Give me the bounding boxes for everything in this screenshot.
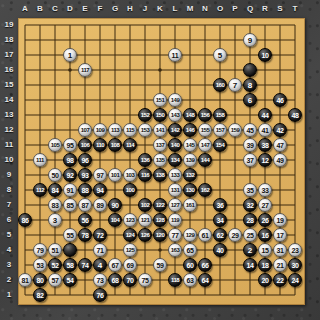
black-stone-Q4-move-2: 2 bbox=[243, 243, 257, 257]
white-stone-K11-move-137: 137 bbox=[153, 138, 167, 152]
move-number: 118 bbox=[171, 277, 179, 283]
move-number: 75 bbox=[141, 276, 148, 283]
move-number: 135 bbox=[156, 157, 165, 163]
black-stone-J10-move-136: 136 bbox=[138, 153, 152, 167]
move-number: 97 bbox=[96, 171, 103, 178]
black-stone-R10-move-12: 12 bbox=[258, 153, 272, 167]
column-label-M: M bbox=[182, 4, 198, 14]
white-stone-R4-move-15: 15 bbox=[258, 243, 272, 257]
white-stone-Q10-move-37: 37 bbox=[243, 153, 257, 167]
move-number: 8 bbox=[248, 80, 252, 89]
move-number: 42 bbox=[276, 126, 283, 133]
move-number: 107 bbox=[81, 127, 90, 133]
white-stone-S6-move-19: 19 bbox=[273, 213, 287, 227]
black-stone-Q7-move-32: 32 bbox=[243, 198, 257, 212]
column-label-T: T bbox=[287, 4, 303, 14]
white-stone-C11-move-105: 105 bbox=[48, 138, 62, 152]
black-stone-C3-move-52: 52 bbox=[48, 258, 62, 272]
move-number: 27 bbox=[261, 201, 268, 208]
white-stone-K3-move-59: 59 bbox=[153, 258, 167, 272]
black-stone-O11-move-154: 154 bbox=[213, 138, 227, 152]
white-stone-L7-move-127: 127 bbox=[168, 198, 182, 212]
move-number: 159 bbox=[231, 127, 240, 133]
black-stone-O6-move-34: 34 bbox=[213, 213, 227, 227]
white-stone-L5-move-77: 77 bbox=[168, 228, 182, 242]
move-number: 66 bbox=[201, 261, 208, 268]
move-number: 121 bbox=[141, 217, 150, 223]
white-stone-O12-move-157: 157 bbox=[213, 123, 227, 137]
white-stone-F7-move-89: 89 bbox=[93, 198, 107, 212]
row-label-16: 16 bbox=[1, 65, 17, 75]
move-number: 122 bbox=[156, 202, 165, 208]
row-label-9: 9 bbox=[1, 170, 17, 180]
move-number: 155 bbox=[201, 127, 210, 133]
white-stone-L13-move-143: 143 bbox=[168, 108, 182, 122]
white-stone-F12-move-109: 109 bbox=[93, 123, 107, 137]
black-stone-D10-move-98: 98 bbox=[63, 153, 77, 167]
white-stone-Q8-move-35: 35 bbox=[243, 183, 257, 197]
black-stone-G7-move-90: 90 bbox=[108, 198, 122, 212]
black-stone-E3-move-74: 74 bbox=[78, 258, 92, 272]
black-stone-Q16-handicap bbox=[243, 63, 257, 77]
move-number: 84 bbox=[51, 186, 58, 193]
white-stone-H12-move-115: 115 bbox=[123, 123, 137, 137]
move-number: 37 bbox=[246, 156, 253, 163]
move-number: 6 bbox=[248, 95, 252, 104]
black-stone-G2-move-68: 68 bbox=[108, 273, 122, 287]
move-number: 16 bbox=[261, 231, 268, 238]
black-stone-J5-move-126: 126 bbox=[138, 228, 152, 242]
move-number: 86 bbox=[21, 216, 28, 223]
move-number: 31 bbox=[276, 246, 283, 253]
black-stone-Q15-move-8: 8 bbox=[243, 78, 257, 92]
move-number: 64 bbox=[201, 276, 208, 283]
move-number: 22 bbox=[276, 276, 283, 283]
move-number: 110 bbox=[96, 142, 104, 148]
move-number: 32 bbox=[246, 201, 253, 208]
column-label-S: S bbox=[272, 4, 288, 14]
black-stone-D4-handicap bbox=[63, 243, 77, 257]
black-stone-R2-move-20: 20 bbox=[258, 273, 272, 287]
move-number: 69 bbox=[126, 261, 133, 268]
black-stone-T2-move-24: 24 bbox=[288, 273, 302, 287]
move-number: 124 bbox=[126, 232, 135, 238]
move-number: 50 bbox=[51, 171, 58, 178]
white-stone-L6-move-119: 119 bbox=[168, 213, 182, 227]
row-label-10: 10 bbox=[1, 155, 17, 165]
black-stone-J9-move-116: 116 bbox=[138, 168, 152, 182]
row-label-4: 4 bbox=[1, 245, 17, 255]
move-number: 152 bbox=[141, 112, 150, 118]
column-label-B: B bbox=[32, 4, 48, 14]
move-number: 127 bbox=[171, 202, 180, 208]
white-stone-P5-move-29: 29 bbox=[228, 228, 242, 242]
white-stone-C6-move-3: 3 bbox=[48, 213, 62, 227]
move-number: 137 bbox=[156, 142, 165, 148]
white-stone-E16-move-117: 117 bbox=[78, 63, 92, 77]
move-number: 123 bbox=[126, 217, 135, 223]
white-stone-S10-move-49: 49 bbox=[273, 153, 287, 167]
black-stone-T3-move-30: 30 bbox=[288, 258, 302, 272]
move-number: 108 bbox=[111, 142, 120, 148]
white-stone-D17-move-1: 1 bbox=[63, 48, 77, 62]
white-stone-G3-move-67: 67 bbox=[108, 258, 122, 272]
black-stone-Q3-move-14: 14 bbox=[243, 258, 257, 272]
black-stone-S14-move-46: 46 bbox=[273, 93, 287, 107]
black-stone-D3-move-58: 58 bbox=[63, 258, 77, 272]
row-label-8: 8 bbox=[1, 185, 17, 195]
black-stone-E8-move-88: 88 bbox=[78, 183, 92, 197]
black-stone-N2-move-64: 64 bbox=[198, 273, 212, 287]
black-stone-H11-move-114: 114 bbox=[123, 138, 137, 152]
move-number: 65 bbox=[186, 246, 193, 253]
move-number: 52 bbox=[51, 261, 58, 268]
move-number: 63 bbox=[186, 276, 193, 283]
move-number: 60 bbox=[186, 261, 193, 268]
black-stone-F5-move-72: 72 bbox=[93, 228, 107, 242]
move-number: 89 bbox=[96, 201, 103, 208]
black-stone-J7-move-102: 102 bbox=[138, 198, 152, 212]
black-stone-M3-move-60: 60 bbox=[183, 258, 197, 272]
move-number: 82 bbox=[36, 291, 43, 298]
move-number: 158 bbox=[216, 112, 225, 118]
move-number: 25 bbox=[246, 231, 253, 238]
white-stone-R12-move-41: 41 bbox=[258, 123, 272, 137]
move-number: 55 bbox=[66, 231, 73, 238]
black-stone-M13-move-148: 148 bbox=[183, 108, 197, 122]
move-number: 149 bbox=[171, 97, 180, 103]
move-number: 56 bbox=[81, 216, 88, 223]
white-stone-R7-move-27: 27 bbox=[258, 198, 272, 212]
move-number: 139 bbox=[186, 157, 195, 163]
move-number: 29 bbox=[231, 231, 238, 238]
black-stone-K9-move-138: 138 bbox=[153, 168, 167, 182]
black-stone-M9-move-132: 132 bbox=[183, 168, 197, 182]
white-stone-F4-move-71: 71 bbox=[93, 243, 107, 257]
move-number: 115 bbox=[126, 127, 134, 133]
black-stone-D2-move-54: 54 bbox=[63, 273, 77, 287]
move-number: 140 bbox=[171, 142, 180, 148]
black-stone-O4-move-40: 40 bbox=[213, 243, 227, 257]
move-number: 142 bbox=[171, 127, 180, 133]
white-stone-P12-move-159: 159 bbox=[228, 123, 242, 137]
black-stone-L2-move-118: 118 bbox=[168, 273, 182, 287]
move-number: 15 bbox=[261, 246, 268, 253]
white-stone-L14-move-149: 149 bbox=[168, 93, 182, 107]
white-stone-K12-move-141: 141 bbox=[153, 123, 167, 137]
black-stone-G11-move-108: 108 bbox=[108, 138, 122, 152]
white-stone-T4-move-23: 23 bbox=[288, 243, 302, 257]
white-stone-P15-move-7: 7 bbox=[228, 78, 242, 92]
move-number: 11 bbox=[172, 51, 179, 58]
black-stone-F11-move-110: 110 bbox=[93, 138, 107, 152]
move-number: 128 bbox=[156, 217, 165, 223]
move-number: 141 bbox=[156, 127, 165, 133]
white-stone-H6-move-123: 123 bbox=[123, 213, 137, 227]
move-number: 5 bbox=[218, 50, 222, 59]
move-number: 148 bbox=[186, 112, 195, 118]
white-stone-B3-move-53: 53 bbox=[33, 258, 47, 272]
white-stone-S5-move-17: 17 bbox=[273, 228, 287, 242]
black-stone-O5-move-62: 62 bbox=[213, 228, 227, 242]
row-label-5: 5 bbox=[1, 230, 17, 240]
black-stone-B8-move-112: 112 bbox=[33, 183, 47, 197]
go-board: 9111510117160781511496461521501431481561… bbox=[18, 18, 305, 305]
row-label-13: 13 bbox=[1, 110, 17, 120]
white-stone-J12-move-153: 153 bbox=[138, 123, 152, 137]
move-number: 120 bbox=[156, 232, 165, 238]
white-stone-N12-move-155: 155 bbox=[198, 123, 212, 137]
black-stone-B2-move-80: 80 bbox=[33, 273, 47, 287]
move-number: 104 bbox=[111, 217, 120, 223]
white-stone-H4-move-125: 125 bbox=[123, 243, 137, 257]
black-stone-R17-move-10: 10 bbox=[258, 48, 272, 62]
move-number: 131 bbox=[171, 187, 180, 193]
move-number: 98 bbox=[66, 156, 73, 163]
move-number: 51 bbox=[51, 246, 58, 253]
move-number: 47 bbox=[276, 141, 283, 148]
move-number: 153 bbox=[141, 127, 150, 133]
black-stone-N10-move-144: 144 bbox=[198, 153, 212, 167]
column-label-E: E bbox=[77, 4, 93, 14]
move-number: 40 bbox=[216, 246, 223, 253]
black-stone-O7-move-36: 36 bbox=[213, 198, 227, 212]
black-stone-R3-move-18: 18 bbox=[258, 258, 272, 272]
white-stone-M5-move-129: 129 bbox=[183, 228, 197, 242]
move-number: 105 bbox=[51, 142, 60, 148]
white-stone-L17-move-11: 11 bbox=[168, 48, 182, 62]
white-stone-L8-move-131: 131 bbox=[168, 183, 182, 197]
move-number: 79 bbox=[36, 246, 43, 253]
row-label-19: 19 bbox=[1, 20, 17, 30]
move-number: 85 bbox=[66, 201, 73, 208]
column-label-F: F bbox=[92, 4, 108, 14]
move-number: 44 bbox=[261, 111, 268, 118]
move-number: 114 bbox=[126, 142, 134, 148]
row-label-7: 7 bbox=[1, 200, 17, 210]
row-label-6: 6 bbox=[1, 215, 17, 225]
move-number: 95 bbox=[66, 141, 73, 148]
black-stone-K7-move-122: 122 bbox=[153, 198, 167, 212]
white-stone-L9-move-133: 133 bbox=[168, 168, 182, 182]
black-stone-O13-move-158: 158 bbox=[213, 108, 227, 122]
move-number: 91 bbox=[66, 186, 73, 193]
move-number: 28 bbox=[246, 216, 253, 223]
black-stone-L10-move-134: 134 bbox=[168, 153, 182, 167]
black-stone-F1-move-76: 76 bbox=[93, 288, 107, 302]
move-number: 157 bbox=[216, 127, 225, 133]
black-stone-L11-move-140: 140 bbox=[168, 138, 182, 152]
white-stone-A2-move-81: 81 bbox=[18, 273, 32, 287]
move-number: 102 bbox=[141, 202, 150, 208]
move-number: 150 bbox=[156, 112, 165, 118]
move-number: 154 bbox=[216, 142, 225, 148]
move-number: 73 bbox=[96, 276, 103, 283]
move-number: 21 bbox=[276, 261, 283, 268]
black-stone-T13-move-48: 48 bbox=[288, 108, 302, 122]
white-stone-S3-move-21: 21 bbox=[273, 258, 287, 272]
white-stone-G12-move-113: 113 bbox=[108, 123, 122, 137]
white-stone-D7-move-85: 85 bbox=[63, 198, 77, 212]
white-stone-D11-move-95: 95 bbox=[63, 138, 77, 152]
move-number: 54 bbox=[66, 276, 73, 283]
move-number: 126 bbox=[141, 232, 150, 238]
white-stone-S11-move-47: 47 bbox=[273, 138, 287, 152]
white-stone-F9-move-97: 97 bbox=[93, 168, 107, 182]
black-stone-E10-move-96: 96 bbox=[78, 153, 92, 167]
white-stone-M11-move-145: 145 bbox=[183, 138, 197, 152]
black-stone-N13-move-156: 156 bbox=[198, 108, 212, 122]
move-number: 72 bbox=[96, 231, 103, 238]
black-stone-S2-move-22: 22 bbox=[273, 273, 287, 287]
move-number: 10 bbox=[261, 51, 268, 58]
white-stone-H9-move-103: 103 bbox=[123, 168, 137, 182]
white-stone-E7-move-87: 87 bbox=[78, 198, 92, 212]
move-number: 1 bbox=[68, 50, 72, 59]
move-number: 147 bbox=[201, 142, 210, 148]
move-number: 39 bbox=[246, 141, 253, 148]
row-label-15: 15 bbox=[1, 80, 17, 90]
move-number: 17 bbox=[276, 231, 283, 238]
black-stone-H5-move-124: 124 bbox=[123, 228, 137, 242]
move-number: 20 bbox=[261, 276, 268, 283]
move-number: 81 bbox=[21, 276, 28, 283]
move-number: 38 bbox=[261, 141, 268, 148]
move-number: 53 bbox=[36, 261, 43, 268]
move-number: 163 bbox=[171, 247, 180, 253]
move-number: 106 bbox=[81, 142, 90, 148]
move-number: 4 bbox=[98, 260, 102, 269]
move-number: 58 bbox=[66, 261, 73, 268]
move-number: 161 bbox=[186, 202, 195, 208]
black-stone-Q6-move-28: 28 bbox=[243, 213, 257, 227]
move-number: 87 bbox=[81, 201, 88, 208]
black-stone-N8-move-162: 162 bbox=[198, 183, 212, 197]
black-stone-E11-move-106: 106 bbox=[78, 138, 92, 152]
black-stone-H2-move-70: 70 bbox=[123, 273, 137, 287]
column-label-L: L bbox=[167, 4, 183, 14]
white-stone-B10-move-111: 111 bbox=[33, 153, 47, 167]
white-stone-M7-move-161: 161 bbox=[183, 198, 197, 212]
white-stone-M4-move-65: 65 bbox=[183, 243, 197, 257]
white-stone-E12-move-107: 107 bbox=[78, 123, 92, 137]
move-number: 80 bbox=[36, 276, 43, 283]
move-number: 67 bbox=[111, 261, 118, 268]
move-number: 144 bbox=[201, 157, 210, 163]
white-stone-S4-move-31: 31 bbox=[273, 243, 287, 257]
move-number: 71 bbox=[96, 246, 103, 253]
white-stone-K10-move-135: 135 bbox=[153, 153, 167, 167]
black-stone-N3-move-66: 66 bbox=[198, 258, 212, 272]
move-number: 62 bbox=[216, 231, 223, 238]
move-number: 78 bbox=[81, 231, 88, 238]
black-stone-C8-move-84: 84 bbox=[48, 183, 62, 197]
black-stone-R6-move-26: 26 bbox=[258, 213, 272, 227]
white-stone-Q18-move-9: 9 bbox=[243, 33, 257, 47]
white-stone-L4-move-163: 163 bbox=[168, 243, 182, 257]
row-label-1: 1 bbox=[1, 290, 17, 300]
black-stone-E6-move-56: 56 bbox=[78, 213, 92, 227]
row-label-17: 17 bbox=[1, 50, 17, 60]
black-stone-D9-move-92: 92 bbox=[63, 168, 77, 182]
move-number: 103 bbox=[126, 172, 135, 178]
move-number: 41 bbox=[261, 126, 268, 133]
move-number: 76 bbox=[96, 291, 103, 298]
black-stone-J13-move-152: 152 bbox=[138, 108, 152, 122]
black-stone-Q14-move-6: 6 bbox=[243, 93, 257, 107]
row-label-12: 12 bbox=[1, 125, 17, 135]
white-stone-D5-move-55: 55 bbox=[63, 228, 77, 242]
row-label-14: 14 bbox=[1, 95, 17, 105]
move-number: 160 bbox=[216, 82, 225, 88]
move-number: 45 bbox=[246, 126, 253, 133]
move-number: 12 bbox=[261, 156, 268, 163]
move-number: 26 bbox=[261, 216, 268, 223]
move-number: 9 bbox=[248, 35, 252, 44]
black-stone-A6-move-86: 86 bbox=[18, 213, 32, 227]
column-label-A: A bbox=[17, 4, 33, 14]
move-number: 143 bbox=[171, 112, 180, 118]
move-number: 119 bbox=[171, 217, 179, 223]
black-stone-F8-move-94: 94 bbox=[93, 183, 107, 197]
black-stone-R11-move-38: 38 bbox=[258, 138, 272, 152]
move-number: 101 bbox=[111, 172, 120, 178]
black-stone-K6-move-128: 128 bbox=[153, 213, 167, 227]
move-number: 132 bbox=[186, 172, 195, 178]
white-stone-J2-move-75: 75 bbox=[138, 273, 152, 287]
move-number: 133 bbox=[171, 172, 180, 178]
move-number: 134 bbox=[171, 157, 180, 163]
move-number: 156 bbox=[201, 112, 210, 118]
black-stone-E5-move-78: 78 bbox=[78, 228, 92, 242]
white-stone-C2-move-57: 57 bbox=[48, 273, 62, 287]
black-stone-O15-move-160: 160 bbox=[213, 78, 227, 92]
black-stone-L12-move-142: 142 bbox=[168, 123, 182, 137]
move-number: 59 bbox=[156, 261, 163, 268]
black-stone-H8-move-100: 100 bbox=[123, 183, 137, 197]
white-stone-Q11-move-39: 39 bbox=[243, 138, 257, 152]
move-number: 36 bbox=[216, 201, 223, 208]
move-number: 96 bbox=[81, 156, 88, 163]
move-number: 68 bbox=[111, 276, 118, 283]
white-stone-M2-move-63: 63 bbox=[183, 273, 197, 287]
white-stone-J6-move-121: 121 bbox=[138, 213, 152, 227]
move-number: 125 bbox=[126, 247, 135, 253]
white-stone-Q5-move-25: 25 bbox=[243, 228, 257, 242]
white-stone-F2-move-73: 73 bbox=[93, 273, 107, 287]
column-label-Q: Q bbox=[242, 4, 258, 14]
move-number: 33 bbox=[261, 186, 268, 193]
move-number: 90 bbox=[111, 201, 118, 208]
move-number: 2 bbox=[248, 245, 252, 254]
move-number: 109 bbox=[96, 127, 105, 133]
move-number: 30 bbox=[291, 261, 298, 268]
row-label-18: 18 bbox=[1, 35, 17, 45]
black-stone-K5-move-120: 120 bbox=[153, 228, 167, 242]
white-stone-C7-move-83: 83 bbox=[48, 198, 62, 212]
move-number: 100 bbox=[126, 187, 135, 193]
black-stone-F3-move-4: 4 bbox=[93, 258, 107, 272]
white-stone-C4-move-51: 51 bbox=[48, 243, 62, 257]
white-stone-G9-move-101: 101 bbox=[108, 168, 122, 182]
white-stone-D8-move-91: 91 bbox=[63, 183, 77, 197]
move-number: 116 bbox=[141, 172, 149, 178]
move-number: 151 bbox=[156, 97, 165, 103]
move-number: 138 bbox=[156, 172, 165, 178]
black-stone-R13-move-44: 44 bbox=[258, 108, 272, 122]
move-number: 162 bbox=[201, 187, 210, 193]
white-stone-R8-move-33: 33 bbox=[258, 183, 272, 197]
